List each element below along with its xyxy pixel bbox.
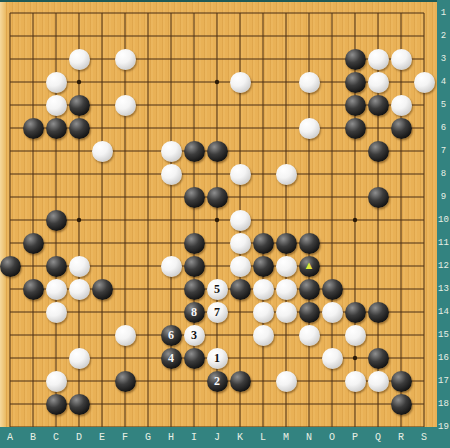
stone-black[interactable]: [69, 118, 90, 139]
stone-white[interactable]: [69, 49, 90, 70]
row-label: 13: [437, 284, 450, 294]
stone-black[interactable]: [345, 95, 366, 116]
stone-white[interactable]: [115, 325, 136, 346]
row-label: 15: [437, 330, 450, 340]
stone-black[interactable]: [299, 279, 320, 300]
stone-black[interactable]: [46, 118, 67, 139]
stone-white[interactable]: [161, 141, 182, 162]
stone-black[interactable]: [23, 118, 44, 139]
column-label: E: [95, 432, 109, 443]
stone-black[interactable]: [46, 256, 67, 277]
stone-white[interactable]: 7: [207, 302, 228, 323]
stone-black[interactable]: [184, 279, 205, 300]
row-label: 4: [437, 77, 450, 87]
stone-white[interactable]: [69, 279, 90, 300]
triangle-marker-icon: ▲: [299, 255, 320, 276]
stone-black[interactable]: [391, 118, 412, 139]
stone-black[interactable]: [115, 371, 136, 392]
stone-black[interactable]: [230, 279, 251, 300]
stone-white[interactable]: [230, 164, 251, 185]
stone-black[interactable]: [368, 302, 389, 323]
stone-white[interactable]: [161, 164, 182, 185]
stone-white[interactable]: [69, 348, 90, 369]
row-label: 3: [437, 54, 450, 64]
stone-white[interactable]: [92, 141, 113, 162]
stone-black[interactable]: ▲: [299, 256, 320, 277]
stone-white[interactable]: [345, 325, 366, 346]
stone-black[interactable]: [92, 279, 113, 300]
column-label: F: [118, 432, 132, 443]
stone-white[interactable]: [391, 49, 412, 70]
stone-white[interactable]: [276, 164, 297, 185]
row-label: 5: [437, 100, 450, 110]
row-label: 11: [437, 238, 450, 248]
stone-black[interactable]: [299, 302, 320, 323]
stone-white[interactable]: 3: [184, 325, 205, 346]
stone-black[interactable]: [345, 49, 366, 70]
stone-white[interactable]: [161, 256, 182, 277]
stone-white[interactable]: [69, 256, 90, 277]
column-label: K: [233, 432, 247, 443]
row-label: 2: [437, 31, 450, 41]
go-app-window: ▲58763412 ABCDEFGHIJKLMNOPQRS12345678910…: [0, 0, 450, 448]
stone-black[interactable]: [345, 118, 366, 139]
move-number-label: 1: [207, 348, 228, 369]
move-number-label: 7: [207, 302, 228, 323]
column-label: N: [302, 432, 316, 443]
stone-black[interactable]: [207, 187, 228, 208]
stone-black[interactable]: [230, 371, 251, 392]
stone-white[interactable]: [368, 72, 389, 93]
column-label: D: [72, 432, 86, 443]
stone-black[interactable]: [391, 371, 412, 392]
stone-white[interactable]: [46, 302, 67, 323]
stones-layer: ▲58763412: [0, 2, 436, 439]
stone-black[interactable]: [368, 187, 389, 208]
row-label: 14: [437, 307, 450, 317]
stone-black[interactable]: [184, 233, 205, 254]
stone-black[interactable]: [207, 141, 228, 162]
stone-black[interactable]: [184, 141, 205, 162]
stone-white[interactable]: [276, 371, 297, 392]
stone-black[interactable]: [368, 348, 389, 369]
stone-black[interactable]: [46, 210, 67, 231]
row-label: 17: [437, 376, 450, 386]
stone-white[interactable]: [46, 279, 67, 300]
stone-black[interactable]: 8: [184, 302, 205, 323]
stone-black[interactable]: [253, 233, 274, 254]
column-label: A: [3, 432, 17, 443]
stone-white[interactable]: [391, 95, 412, 116]
column-label: C: [49, 432, 63, 443]
go-board[interactable]: ▲58763412 ABCDEFGHIJKLMNOPQRS12345678910…: [0, 0, 450, 448]
stone-white[interactable]: [253, 279, 274, 300]
stone-black[interactable]: [184, 348, 205, 369]
column-label: P: [348, 432, 362, 443]
move-number-label: 6: [161, 325, 182, 346]
stone-white[interactable]: [230, 72, 251, 93]
stone-black[interactable]: [69, 394, 90, 415]
stone-white[interactable]: [230, 256, 251, 277]
stone-white[interactable]: [276, 279, 297, 300]
stone-white[interactable]: [46, 72, 67, 93]
move-number-label: 2: [207, 371, 228, 392]
row-label: 9: [437, 192, 450, 202]
column-label: J: [210, 432, 224, 443]
row-label: 1: [437, 8, 450, 18]
stone-black[interactable]: [368, 141, 389, 162]
stone-white[interactable]: [46, 95, 67, 116]
row-label: 8: [437, 169, 450, 179]
stone-black[interactable]: 6: [161, 325, 182, 346]
stone-white[interactable]: [230, 210, 251, 231]
column-label: Q: [371, 432, 385, 443]
stone-white[interactable]: [253, 325, 274, 346]
row-label: 18: [437, 399, 450, 409]
move-number-label: 8: [184, 302, 205, 323]
stone-black[interactable]: [345, 72, 366, 93]
stone-black[interactable]: [69, 95, 90, 116]
stone-white[interactable]: [276, 256, 297, 277]
column-label: M: [279, 432, 293, 443]
row-label: 16: [437, 353, 450, 363]
stone-black[interactable]: 4: [161, 348, 182, 369]
stone-black[interactable]: [368, 95, 389, 116]
stone-black[interactable]: [276, 233, 297, 254]
stone-white[interactable]: [345, 371, 366, 392]
column-label: I: [187, 432, 201, 443]
stone-white[interactable]: [46, 371, 67, 392]
stone-black[interactable]: [391, 394, 412, 415]
row-label: 7: [437, 146, 450, 156]
stone-black[interactable]: [46, 394, 67, 415]
row-label: 19: [437, 422, 450, 432]
stone-black[interactable]: [299, 233, 320, 254]
stone-white[interactable]: [115, 49, 136, 70]
stone-black[interactable]: [184, 187, 205, 208]
stone-black[interactable]: [184, 256, 205, 277]
stone-black[interactable]: [23, 279, 44, 300]
stone-black[interactable]: [345, 302, 366, 323]
stone-white[interactable]: [253, 302, 274, 323]
stone-white[interactable]: 5: [207, 279, 228, 300]
stone-white[interactable]: [299, 118, 320, 139]
stone-white[interactable]: [322, 302, 343, 323]
stone-white[interactable]: [276, 302, 297, 323]
column-label: H: [164, 432, 178, 443]
column-label: O: [325, 432, 339, 443]
stone-white[interactable]: [368, 371, 389, 392]
stone-white[interactable]: [368, 49, 389, 70]
stone-black[interactable]: [253, 256, 274, 277]
column-label: S: [417, 432, 431, 443]
stone-black[interactable]: [0, 256, 21, 277]
stone-black[interactable]: [23, 233, 44, 254]
column-label: G: [141, 432, 155, 443]
move-number-label: 4: [161, 348, 182, 369]
row-label: 6: [437, 123, 450, 133]
stone-white[interactable]: [299, 325, 320, 346]
column-label: B: [26, 432, 40, 443]
stone-black[interactable]: 2: [207, 371, 228, 392]
stone-white[interactable]: [230, 233, 251, 254]
stone-white[interactable]: [414, 72, 435, 93]
stone-white[interactable]: 1: [207, 348, 228, 369]
stone-white[interactable]: [322, 348, 343, 369]
stone-black[interactable]: [322, 279, 343, 300]
stone-white[interactable]: [299, 72, 320, 93]
move-number-label: 3: [184, 325, 205, 346]
row-label: 12: [437, 261, 450, 271]
column-label: L: [256, 432, 270, 443]
stone-white[interactable]: [115, 95, 136, 116]
row-label: 10: [437, 215, 450, 225]
move-number-label: 5: [207, 279, 228, 300]
column-label: R: [394, 432, 408, 443]
